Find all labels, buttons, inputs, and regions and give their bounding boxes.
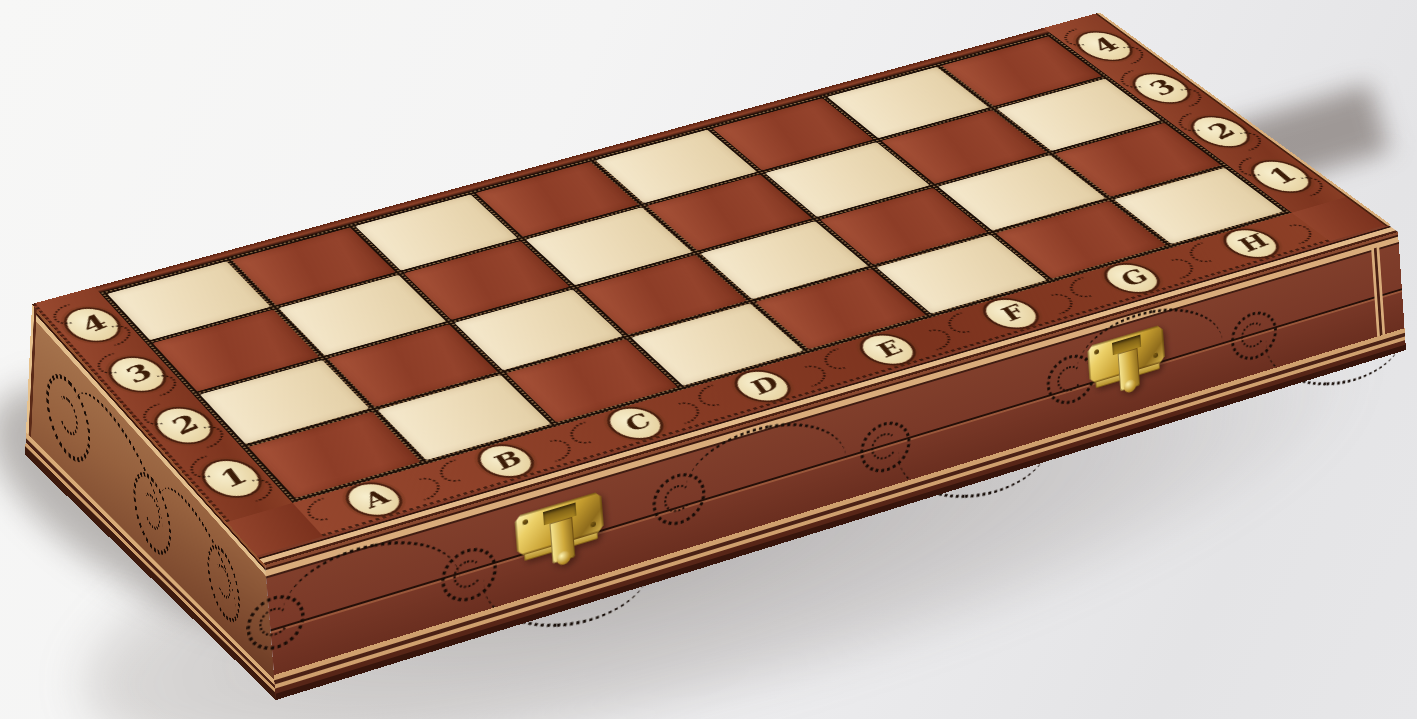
label-glyph: C: [615, 412, 656, 435]
label-glyph: 1: [1259, 166, 1303, 188]
label-glyph: 1: [209, 466, 253, 492]
label-glyph: E: [868, 339, 908, 361]
label-glyph: 4: [71, 313, 112, 336]
label-glyph: D: [741, 374, 783, 397]
photo-scene: 4321 4321 ABCDEFGH: [0, 0, 1417, 719]
label-glyph: A: [354, 487, 394, 510]
label-glyph: 3: [1140, 78, 1182, 99]
label-glyph: 4: [1083, 36, 1124, 56]
label-glyph: B: [485, 449, 527, 473]
label-glyph: 2: [162, 413, 205, 438]
label-glyph: G: [1111, 267, 1153, 289]
label-glyph: 2: [1198, 121, 1241, 142]
label-glyph: F: [991, 303, 1029, 324]
label-glyph: H: [1229, 232, 1273, 254]
label-glyph: 3: [116, 362, 158, 386]
